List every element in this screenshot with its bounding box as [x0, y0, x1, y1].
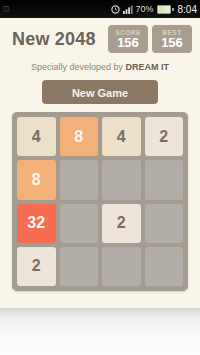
tile-32: 32 — [17, 204, 56, 243]
empty-cell — [145, 247, 184, 286]
empty-cell — [60, 204, 99, 243]
battery-icon — [157, 5, 174, 14]
tile-2: 2 — [102, 204, 141, 243]
tile-2: 2 — [145, 117, 184, 156]
new-game-button[interactable]: New Game — [42, 80, 158, 104]
empty-cell — [60, 160, 99, 199]
score-value: 156 — [108, 36, 148, 50]
header: New 2048 SCORE 156 BEST 156 — [0, 18, 200, 53]
game-board[interactable]: 484283222 — [12, 112, 188, 291]
empty-cell — [145, 160, 184, 199]
empty-cell — [145, 204, 184, 243]
credit-prefix: Specially developed by — [31, 62, 126, 72]
ad-banner-area — [0, 308, 200, 355]
signal-strength-icon — [123, 5, 133, 14]
tile-8: 8 — [60, 117, 99, 156]
page-title: New 2048 — [12, 29, 96, 50]
tile-8: 8 — [17, 160, 56, 199]
alarm-clock-icon — [111, 5, 120, 14]
battery-percent: 70% — [136, 4, 154, 14]
score-box: SCORE 156 — [108, 25, 148, 53]
developer-credit: Specially developed by DREAM IT — [0, 62, 200, 72]
empty-cell — [102, 160, 141, 199]
notification-icon: ◫ — [3, 5, 10, 13]
tile-4: 4 — [17, 117, 56, 156]
clock-time: 8:04 — [178, 4, 197, 15]
best-box: BEST 156 — [152, 25, 192, 53]
best-value: 156 — [152, 36, 192, 50]
credit-brand: DREAM IT — [126, 62, 170, 72]
status-bar: ◫ 70% 8:04 — [0, 0, 200, 18]
empty-cell — [60, 247, 99, 286]
empty-cell — [102, 247, 141, 286]
tile-2: 2 — [17, 247, 56, 286]
tile-4: 4 — [102, 117, 141, 156]
